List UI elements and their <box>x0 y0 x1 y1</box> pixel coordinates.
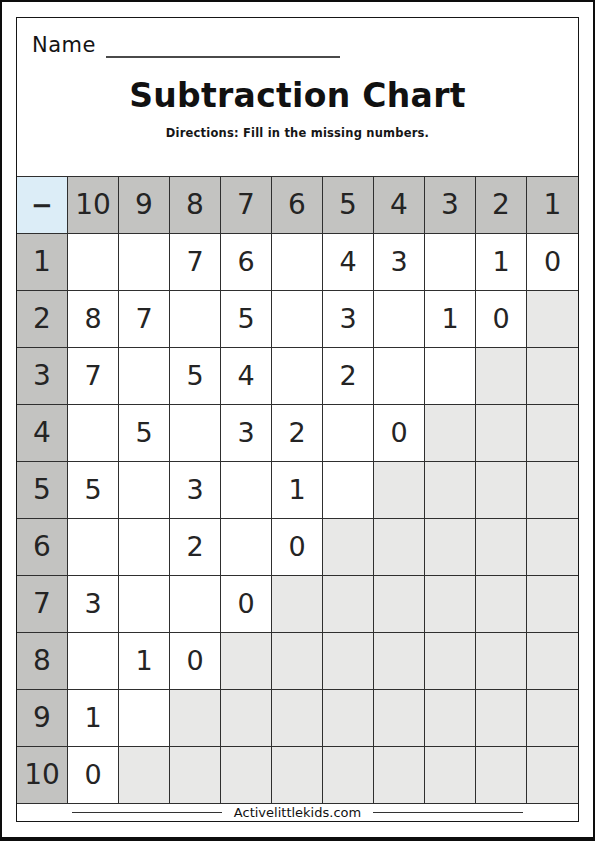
cell-3-minus-8 <box>425 633 476 690</box>
cell-2-minus-10 <box>476 747 527 804</box>
subtraction-grid: −109876543211764310287531037542453205531… <box>17 176 578 804</box>
cell-8-minus-6: 2 <box>170 519 221 576</box>
cell-5-minus-4[interactable] <box>323 405 374 462</box>
cell-10-minus-7: 3 <box>68 576 119 633</box>
cell-10-minus-5: 5 <box>68 462 119 519</box>
cell-10-minus-10: 0 <box>68 747 119 804</box>
cell-10-minus-3: 7 <box>68 348 119 405</box>
row-header-9: 9 <box>17 690 68 747</box>
cell-10-minus-1[interactable] <box>68 234 119 291</box>
cell-4-minus-8 <box>374 633 425 690</box>
cell-7-minus-8 <box>221 633 272 690</box>
cell-7-minus-4: 3 <box>221 405 272 462</box>
cell-1-minus-4 <box>527 405 578 462</box>
cell-9-minus-10 <box>119 747 170 804</box>
cell-4-minus-7 <box>374 576 425 633</box>
cell-3-minus-10 <box>425 747 476 804</box>
col-header-3: 3 <box>425 177 476 234</box>
name-input-line[interactable] <box>106 34 340 58</box>
cell-5-minus-3: 2 <box>323 348 374 405</box>
cell-6-minus-9 <box>272 690 323 747</box>
cell-4-minus-3[interactable] <box>374 348 425 405</box>
operator-cell: − <box>17 177 68 234</box>
row-header-7: 7 <box>17 576 68 633</box>
cell-3-minus-3[interactable] <box>425 348 476 405</box>
cell-6-minus-7 <box>272 576 323 633</box>
directions-text: Directions: Fill in the missing numbers. <box>17 126 578 140</box>
row-header-6: 6 <box>17 519 68 576</box>
cell-8-minus-7[interactable] <box>170 576 221 633</box>
cell-4-minus-4: 0 <box>374 405 425 462</box>
cell-8-minus-5: 3 <box>170 462 221 519</box>
cell-9-minus-3[interactable] <box>119 348 170 405</box>
cell-10-minus-2: 8 <box>68 291 119 348</box>
footer: Activelittlekids.com <box>17 804 578 821</box>
cell-1-minus-10 <box>527 747 578 804</box>
cell-10-minus-4[interactable] <box>68 405 119 462</box>
page-title: Subtraction Chart <box>17 76 578 116</box>
col-header-9: 9 <box>119 177 170 234</box>
cell-9-minus-2: 7 <box>119 291 170 348</box>
cell-1-minus-1: 0 <box>527 234 578 291</box>
col-header-1: 1 <box>527 177 578 234</box>
cell-7-minus-10 <box>221 747 272 804</box>
cell-5-minus-2: 3 <box>323 291 374 348</box>
cell-8-minus-4[interactable] <box>170 405 221 462</box>
cell-1-minus-6 <box>527 519 578 576</box>
row-header-1: 1 <box>17 234 68 291</box>
cell-7-minus-7: 0 <box>221 576 272 633</box>
cell-1-minus-8 <box>527 633 578 690</box>
cell-9-minus-5[interactable] <box>119 462 170 519</box>
cell-9-minus-6[interactable] <box>119 519 170 576</box>
name-label: Name <box>32 33 96 58</box>
cell-4-minus-9 <box>374 690 425 747</box>
cell-8-minus-10 <box>170 747 221 804</box>
row-header-2: 2 <box>17 291 68 348</box>
cell-7-minus-5[interactable] <box>221 462 272 519</box>
cell-7-minus-2: 5 <box>221 291 272 348</box>
row-header-10: 10 <box>17 747 68 804</box>
worksheet-page: { "game": "subtraction-chart-fill-in-wor… <box>0 0 595 841</box>
cell-4-minus-6 <box>374 519 425 576</box>
cell-6-minus-4: 2 <box>272 405 323 462</box>
cell-8-minus-3: 5 <box>170 348 221 405</box>
cell-2-minus-9 <box>476 690 527 747</box>
cell-5-minus-9 <box>323 690 374 747</box>
cell-3-minus-6 <box>425 519 476 576</box>
footer-right-rule <box>373 812 523 813</box>
cell-6-minus-3[interactable] <box>272 348 323 405</box>
cell-2-minus-6 <box>476 519 527 576</box>
cell-8-minus-9 <box>170 690 221 747</box>
cell-5-minus-1: 4 <box>323 234 374 291</box>
cell-9-minus-1[interactable] <box>119 234 170 291</box>
cell-10-minus-8[interactable] <box>68 633 119 690</box>
cell-2-minus-8 <box>476 633 527 690</box>
cell-9-minus-8: 1 <box>119 633 170 690</box>
footer-left-rule <box>72 812 222 813</box>
cell-9-minus-7[interactable] <box>119 576 170 633</box>
col-header-2: 2 <box>476 177 527 234</box>
cell-5-minus-10 <box>323 747 374 804</box>
cell-3-minus-2: 1 <box>425 291 476 348</box>
cell-1-minus-3 <box>527 348 578 405</box>
cell-1-minus-5 <box>527 462 578 519</box>
cell-1-minus-2 <box>527 291 578 348</box>
cell-3-minus-9 <box>425 690 476 747</box>
cell-2-minus-3 <box>476 348 527 405</box>
cell-1-minus-9 <box>527 690 578 747</box>
cell-8-minus-1: 7 <box>170 234 221 291</box>
cell-7-minus-6[interactable] <box>221 519 272 576</box>
cell-8-minus-2[interactable] <box>170 291 221 348</box>
cell-5-minus-8 <box>323 633 374 690</box>
cell-6-minus-8 <box>272 633 323 690</box>
cell-5-minus-7 <box>323 576 374 633</box>
cell-9-minus-4: 5 <box>119 405 170 462</box>
cell-2-minus-5 <box>476 462 527 519</box>
cell-2-minus-2: 0 <box>476 291 527 348</box>
cell-7-minus-1: 6 <box>221 234 272 291</box>
row-header-5: 5 <box>17 462 68 519</box>
cell-2-minus-7 <box>476 576 527 633</box>
cell-10-minus-9: 1 <box>68 690 119 747</box>
cell-7-minus-3: 4 <box>221 348 272 405</box>
cell-4-minus-10 <box>374 747 425 804</box>
cell-2-minus-4 <box>476 405 527 462</box>
cell-4-minus-2[interactable] <box>374 291 425 348</box>
cell-2-minus-1: 1 <box>476 234 527 291</box>
footer-site-text: Activelittlekids.com <box>234 805 361 820</box>
cell-6-minus-10 <box>272 747 323 804</box>
cell-6-minus-5: 1 <box>272 462 323 519</box>
row-header-4: 4 <box>17 405 68 462</box>
cell-3-minus-7 <box>425 576 476 633</box>
cell-3-minus-4 <box>425 405 476 462</box>
row-header-8: 8 <box>17 633 68 690</box>
cell-9-minus-9[interactable] <box>119 690 170 747</box>
cell-7-minus-9 <box>221 690 272 747</box>
cell-5-minus-6 <box>323 519 374 576</box>
cell-5-minus-5[interactable] <box>323 462 374 519</box>
cell-3-minus-5 <box>425 462 476 519</box>
cell-3-minus-1[interactable] <box>425 234 476 291</box>
content-frame: Name Subtraction Chart Directions: Fill … <box>16 17 579 822</box>
cell-10-minus-6[interactable] <box>68 519 119 576</box>
col-header-4: 4 <box>374 177 425 234</box>
col-header-6: 6 <box>272 177 323 234</box>
cell-4-minus-1: 3 <box>374 234 425 291</box>
cell-6-minus-6: 0 <box>272 519 323 576</box>
row-header-3: 3 <box>17 348 68 405</box>
name-row: Name <box>17 18 578 58</box>
col-header-10: 10 <box>68 177 119 234</box>
cell-1-minus-7 <box>527 576 578 633</box>
cell-6-minus-2[interactable] <box>272 291 323 348</box>
col-header-8: 8 <box>170 177 221 234</box>
cell-6-minus-1[interactable] <box>272 234 323 291</box>
col-header-5: 5 <box>323 177 374 234</box>
cell-8-minus-8: 0 <box>170 633 221 690</box>
cell-4-minus-5 <box>374 462 425 519</box>
col-header-7: 7 <box>221 177 272 234</box>
